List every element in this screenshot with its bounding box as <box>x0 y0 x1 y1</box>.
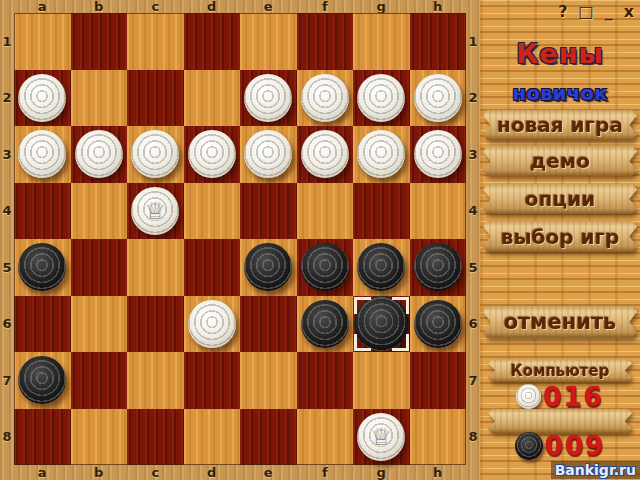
rank-label-left-1: 1 <box>0 13 14 70</box>
square-e3[interactable] <box>240 126 297 183</box>
square-e5[interactable] <box>240 239 297 296</box>
square-g5[interactable] <box>353 239 410 296</box>
square-c6[interactable] <box>127 296 184 353</box>
square-b1[interactable] <box>71 13 128 70</box>
help-button[interactable]: ? <box>558 2 567 21</box>
square-g7[interactable] <box>353 352 410 409</box>
black-man[interactable] <box>18 243 66 291</box>
square-h5[interactable] <box>410 239 467 296</box>
king-crown-icon: ♕ <box>131 187 179 235</box>
square-a2[interactable] <box>14 70 71 127</box>
black-man[interactable] <box>414 243 462 291</box>
square-f1[interactable] <box>297 13 354 70</box>
rank-label-left-8: 8 <box>0 409 14 466</box>
square-e8[interactable] <box>240 409 297 466</box>
square-f7[interactable] <box>297 352 354 409</box>
square-g3[interactable] <box>353 126 410 183</box>
square-c8[interactable] <box>127 409 184 466</box>
square-h7[interactable] <box>410 352 467 409</box>
square-b6[interactable] <box>71 296 128 353</box>
square-a8[interactable] <box>14 409 71 466</box>
square-g1[interactable] <box>353 13 410 70</box>
black-checker-icon <box>515 432 543 460</box>
square-e2[interactable] <box>240 70 297 127</box>
white-checker-icon <box>516 384 541 409</box>
file-label-top-e: e <box>240 0 297 13</box>
white-man[interactable] <box>244 130 292 178</box>
square-h2[interactable] <box>410 70 467 127</box>
square-d7[interactable] <box>184 352 241 409</box>
file-label-bottom-g: g <box>353 465 410 480</box>
white-man[interactable] <box>357 74 405 122</box>
rank-label-left-5: 5 <box>0 239 14 296</box>
white-man[interactable] <box>75 130 123 178</box>
square-b8[interactable] <box>71 409 128 466</box>
square-h4[interactable] <box>410 183 467 240</box>
white-man[interactable] <box>414 130 462 178</box>
white-man[interactable] <box>18 130 66 178</box>
black-man[interactable] <box>301 300 349 348</box>
rank-label-right-1: 1 <box>466 13 480 70</box>
game-title: Кены <box>480 38 640 69</box>
square-a1[interactable] <box>14 13 71 70</box>
board-frame-corner <box>0 0 14 13</box>
square-d4[interactable] <box>184 183 241 240</box>
square-g8[interactable]: ♕ <box>353 409 410 466</box>
file-label-bottom-e: e <box>240 465 297 480</box>
white-king[interactable]: ♕ <box>131 187 179 235</box>
square-e1[interactable] <box>240 13 297 70</box>
sidebar: ? □ _ x Кены новичок новая игра демо опц… <box>480 0 640 480</box>
file-label-bottom-h: h <box>410 465 467 480</box>
difficulty-level: новичок <box>480 81 640 105</box>
minimize-button[interactable]: _ <box>605 2 613 21</box>
rank-label-left-2: 2 <box>0 70 14 127</box>
square-a7[interactable] <box>14 352 71 409</box>
black-man[interactable] <box>18 356 66 404</box>
file-label-bottom-c: c <box>127 465 184 480</box>
white-man[interactable] <box>244 74 292 122</box>
watermark: Bankigr.ru <box>551 461 640 479</box>
square-b4[interactable] <box>71 183 128 240</box>
rank-label-left-3: 3 <box>0 126 14 183</box>
square-a4[interactable] <box>14 183 71 240</box>
square-g4[interactable] <box>353 183 410 240</box>
square-b7[interactable] <box>71 352 128 409</box>
file-label-top-f: f <box>297 0 354 13</box>
white-king[interactable]: ♕ <box>357 413 405 461</box>
square-h8[interactable] <box>410 409 467 466</box>
file-label-top-d: d <box>184 0 241 13</box>
square-a6[interactable] <box>14 296 71 353</box>
white-man[interactable] <box>301 74 349 122</box>
square-d6[interactable] <box>184 296 241 353</box>
rank-label-right-8: 8 <box>466 409 480 466</box>
square-b2[interactable] <box>71 70 128 127</box>
white-piece-counter: 016 <box>480 383 640 410</box>
square-c2[interactable] <box>127 70 184 127</box>
cancel-button[interactable]: отменить <box>483 306 637 338</box>
white-count: 016 <box>543 384 603 410</box>
file-label-bottom-a: a <box>14 465 71 480</box>
options-button[interactable]: опции <box>483 184 637 214</box>
board-frame-corner <box>466 465 480 480</box>
white-man[interactable] <box>188 130 236 178</box>
black-piece-counter: 009 <box>480 431 640 460</box>
file-label-top-b: b <box>71 0 128 13</box>
square-b3[interactable] <box>71 126 128 183</box>
board-frame-corner <box>466 0 480 13</box>
rank-label-left-4: 4 <box>0 183 14 240</box>
game-select-button[interactable]: выбор игр <box>483 221 637 252</box>
rank-label-left-6: 6 <box>0 296 14 353</box>
black-man[interactable] <box>244 243 292 291</box>
close-button[interactable]: x <box>624 2 634 21</box>
white-man[interactable] <box>301 130 349 178</box>
square-h1[interactable] <box>410 13 467 70</box>
square-e4[interactable] <box>240 183 297 240</box>
file-label-top-c: c <box>127 0 184 13</box>
square-c3[interactable] <box>127 126 184 183</box>
square-c7[interactable] <box>127 352 184 409</box>
black-man[interactable] <box>301 243 349 291</box>
square-c5[interactable] <box>127 239 184 296</box>
square-b5[interactable] <box>71 239 128 296</box>
square-d1[interactable] <box>184 13 241 70</box>
rank-label-right-6: 6 <box>466 296 480 353</box>
file-label-bottom-b: b <box>71 465 128 480</box>
square-c4[interactable]: ♕ <box>127 183 184 240</box>
white-man[interactable] <box>188 300 236 348</box>
file-label-top-a: a <box>14 0 71 13</box>
square-e6[interactable] <box>240 296 297 353</box>
player-plaque <box>488 409 632 433</box>
black-man[interactable] <box>414 300 462 348</box>
square-f2[interactable] <box>297 70 354 127</box>
square-f4[interactable] <box>297 183 354 240</box>
square-h3[interactable] <box>410 126 467 183</box>
square-c1[interactable] <box>127 13 184 70</box>
game-window: abcdefgh1122334♕45566778♕8abcdefgh ? □ _… <box>0 0 640 480</box>
square-d5[interactable] <box>184 239 241 296</box>
file-label-bottom-f: f <box>297 465 354 480</box>
white-man[interactable] <box>131 130 179 178</box>
rank-label-right-2: 2 <box>466 70 480 127</box>
rank-label-right-3: 3 <box>466 126 480 183</box>
file-label-top-g: g <box>353 0 410 13</box>
demo-button[interactable]: демо <box>483 146 637 176</box>
square-g6[interactable] <box>353 296 410 353</box>
square-g2[interactable] <box>353 70 410 127</box>
king-crown-icon: ♕ <box>357 413 405 461</box>
rank-label-right-4: 4 <box>466 183 480 240</box>
computer-plaque: Компьютер <box>488 359 632 382</box>
square-f3[interactable] <box>297 126 354 183</box>
square-e7[interactable] <box>240 352 297 409</box>
file-label-top-h: h <box>410 0 467 13</box>
square-d2[interactable] <box>184 70 241 127</box>
checkers-board: abcdefgh1122334♕45566778♕8abcdefgh <box>0 0 480 480</box>
square-a5[interactable] <box>14 239 71 296</box>
square-h6[interactable] <box>410 296 467 353</box>
square-d3[interactable] <box>184 126 241 183</box>
white-man[interactable] <box>18 74 66 122</box>
maximize-button[interactable]: □ <box>579 2 594 21</box>
file-label-bottom-d: d <box>184 465 241 480</box>
black-man[interactable] <box>357 243 405 291</box>
white-man[interactable] <box>414 74 462 122</box>
white-man[interactable] <box>357 130 405 178</box>
window-controls: ? □ _ x <box>558 2 634 21</box>
square-d8[interactable] <box>184 409 241 466</box>
square-f8[interactable] <box>297 409 354 466</box>
rank-label-right-7: 7 <box>466 352 480 409</box>
board-frame-corner <box>0 465 14 480</box>
black-man-selected[interactable] <box>354 296 409 351</box>
rank-label-right-5: 5 <box>466 239 480 296</box>
rank-label-left-7: 7 <box>0 352 14 409</box>
square-f5[interactable] <box>297 239 354 296</box>
square-a3[interactable] <box>14 126 71 183</box>
new-game-button[interactable]: новая игра <box>483 110 637 140</box>
square-f6[interactable] <box>297 296 354 353</box>
black-count: 009 <box>545 433 605 459</box>
